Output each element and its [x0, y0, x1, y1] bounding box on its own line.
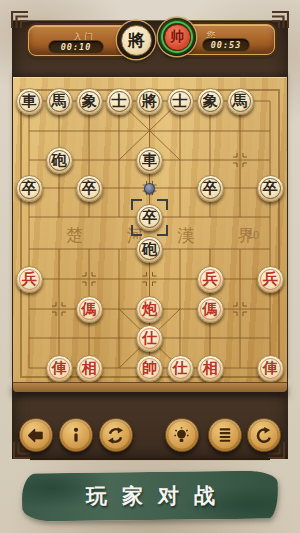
- piece-black-r0c1[interactable]: 馬: [46, 88, 73, 115]
- piece-red-r9c1[interactable]: 俥: [46, 355, 73, 382]
- black-general-avatar: 將: [117, 21, 155, 59]
- piece-black-r0c6[interactable]: 象: [197, 88, 224, 115]
- piece-black-r0c4[interactable]: 將: [136, 88, 163, 115]
- piece-black-r2c4[interactable]: 車: [136, 147, 163, 174]
- black-general-glyph: 將: [128, 29, 145, 52]
- undo-icon: [255, 426, 274, 445]
- black-player-timer: 00:10: [48, 40, 104, 54]
- board-edge: [13, 382, 287, 392]
- piece-black-r0c7[interactable]: 馬: [227, 88, 254, 115]
- active-turn-ring: 帅: [161, 21, 193, 53]
- xiangqi-app-screen: 入门 00:10 將 您 00:53 帅 楚 河 漢 界 10 車馬: [0, 0, 300, 533]
- xiangqi-board[interactable]: 楚 河 漢 界 10 車馬象士將士象馬砲車卒卒卒卒卒砲兵兵兵傌炮傌仕俥相帥仕相俥: [13, 77, 287, 382]
- piece-black-r0c3[interactable]: 士: [106, 88, 133, 115]
- piece-black-r0c5[interactable]: 士: [167, 88, 194, 115]
- hint-button[interactable]: [165, 418, 199, 452]
- back-button[interactable]: [19, 418, 53, 452]
- piece-red-r6c6[interactable]: 兵: [197, 266, 224, 293]
- piece-black-r3c0[interactable]: 卒: [16, 175, 43, 202]
- piece-red-r6c8[interactable]: 兵: [257, 266, 284, 293]
- mode-banner: 玩家对战: [22, 470, 279, 521]
- back-icon: [26, 426, 45, 445]
- piece-black-r3c8[interactable]: 卒: [257, 175, 284, 202]
- red-general-avatar: 帅: [158, 18, 196, 56]
- hint-bulb-icon: [172, 426, 191, 445]
- piece-red-r9c5[interactable]: 仕: [167, 355, 194, 382]
- selection-marker: [131, 199, 168, 236]
- piece-red-r8c4[interactable]: 仕: [136, 325, 163, 352]
- last-move-marker: [144, 183, 155, 194]
- corner-ornament-icon: [11, 11, 29, 29]
- piece-black-r0c0[interactable]: 車: [16, 88, 43, 115]
- bottom-divider: [30, 458, 270, 460]
- info-button[interactable]: [59, 418, 93, 452]
- undo-button[interactable]: [247, 418, 281, 452]
- piece-red-r9c6[interactable]: 相: [197, 355, 224, 382]
- corner-ornament-icon: [271, 11, 289, 29]
- river-number: 10: [246, 229, 259, 241]
- red-general-glyph: 帅: [170, 28, 184, 46]
- mode-banner-title: 玩家对战: [70, 482, 229, 511]
- piece-black-r5c4[interactable]: 砲: [136, 236, 163, 263]
- flip-board-button[interactable]: [99, 418, 133, 452]
- piece-red-r9c2[interactable]: 相: [76, 355, 103, 382]
- menu-button[interactable]: [208, 418, 242, 452]
- piece-black-r3c6[interactable]: 卒: [197, 175, 224, 202]
- piece-red-r7c4[interactable]: 炮: [136, 296, 163, 323]
- flip-icon: [106, 426, 125, 445]
- piece-black-r3c2[interactable]: 卒: [76, 175, 103, 202]
- piece-black-r0c2[interactable]: 象: [76, 88, 103, 115]
- piece-red-r6c0[interactable]: 兵: [16, 266, 43, 293]
- piece-red-r9c8[interactable]: 俥: [257, 355, 284, 382]
- piece-red-r7c2[interactable]: 傌: [76, 296, 103, 323]
- menu-icon: [216, 426, 234, 444]
- piece-red-r7c6[interactable]: 傌: [197, 296, 224, 323]
- piece-red-r9c4[interactable]: 帥: [136, 355, 163, 382]
- piece-black-r2c1[interactable]: 砲: [46, 147, 73, 174]
- info-icon: [67, 426, 85, 444]
- red-player-timer: 00:53: [202, 38, 250, 52]
